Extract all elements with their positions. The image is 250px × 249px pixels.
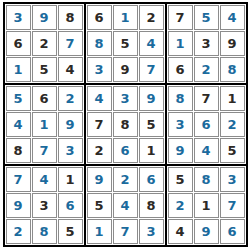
cell-r9c7[interactable]: 4 bbox=[168, 219, 193, 244]
cell-r8c5[interactable]: 4 bbox=[113, 193, 138, 218]
box-5: 439785261 bbox=[86, 85, 165, 164]
cell-r2c7[interactable]: 1 bbox=[168, 31, 193, 56]
cell-r1c8[interactable]: 5 bbox=[194, 5, 219, 30]
cell-r2c1[interactable]: 6 bbox=[6, 31, 31, 56]
cell-r2c5[interactable]: 5 bbox=[113, 31, 138, 56]
cell-r2c8[interactable]: 3 bbox=[194, 31, 219, 56]
cell-r2c6[interactable]: 4 bbox=[139, 31, 164, 56]
cell-r1c1[interactable]: 3 bbox=[6, 5, 31, 30]
cell-r2c3[interactable]: 7 bbox=[58, 31, 83, 56]
cell-r4c6[interactable]: 9 bbox=[139, 86, 164, 111]
cell-r3c4[interactable]: 3 bbox=[87, 57, 112, 82]
cell-r8c6[interactable]: 8 bbox=[139, 193, 164, 218]
cell-r5c4[interactable]: 7 bbox=[87, 112, 112, 137]
box-4: 562419873 bbox=[5, 85, 84, 164]
cell-r4c9[interactable]: 1 bbox=[220, 86, 245, 111]
cell-r5c3[interactable]: 9 bbox=[58, 112, 83, 137]
cell-r9c6[interactable]: 3 bbox=[139, 219, 164, 244]
cell-r7c8[interactable]: 8 bbox=[194, 167, 219, 192]
cell-r8c4[interactable]: 5 bbox=[87, 193, 112, 218]
box-7: 741936285 bbox=[5, 166, 84, 245]
cell-r3c9[interactable]: 8 bbox=[220, 57, 245, 82]
cell-r7c5[interactable]: 2 bbox=[113, 167, 138, 192]
cell-r1c9[interactable]: 4 bbox=[220, 5, 245, 30]
box-8: 926548173 bbox=[86, 166, 165, 245]
cell-r9c2[interactable]: 8 bbox=[32, 219, 57, 244]
cell-r7c4[interactable]: 9 bbox=[87, 167, 112, 192]
cell-r2c9[interactable]: 9 bbox=[220, 31, 245, 56]
cell-r7c6[interactable]: 6 bbox=[139, 167, 164, 192]
cell-r5c7[interactable]: 3 bbox=[168, 112, 193, 137]
cell-r9c3[interactable]: 5 bbox=[58, 219, 83, 244]
cell-r4c7[interactable]: 8 bbox=[168, 86, 193, 111]
cell-r6c7[interactable]: 9 bbox=[168, 138, 193, 163]
cell-r5c1[interactable]: 4 bbox=[6, 112, 31, 137]
cell-r5c9[interactable]: 2 bbox=[220, 112, 245, 137]
cell-r6c4[interactable]: 2 bbox=[87, 138, 112, 163]
cell-r8c9[interactable]: 7 bbox=[220, 193, 245, 218]
cell-r2c4[interactable]: 8 bbox=[87, 31, 112, 56]
cell-r4c8[interactable]: 7 bbox=[194, 86, 219, 111]
sudoku-board: 3986271546128543977541396285624198734397… bbox=[3, 2, 248, 247]
box-3: 754139628 bbox=[167, 4, 246, 83]
cell-r5c5[interactable]: 8 bbox=[113, 112, 138, 137]
box-1: 398627154 bbox=[5, 4, 84, 83]
cell-r6c8[interactable]: 4 bbox=[194, 138, 219, 163]
cell-r9c4[interactable]: 1 bbox=[87, 219, 112, 244]
cell-r7c3[interactable]: 1 bbox=[58, 167, 83, 192]
cell-r8c2[interactable]: 3 bbox=[32, 193, 57, 218]
cell-r3c6[interactable]: 7 bbox=[139, 57, 164, 82]
cell-r6c6[interactable]: 1 bbox=[139, 138, 164, 163]
cell-r4c2[interactable]: 6 bbox=[32, 86, 57, 111]
cell-r9c1[interactable]: 2 bbox=[6, 219, 31, 244]
box-9: 583217496 bbox=[167, 166, 246, 245]
cell-r7c1[interactable]: 7 bbox=[6, 167, 31, 192]
cell-r6c3[interactable]: 3 bbox=[58, 138, 83, 163]
cell-r4c4[interactable]: 4 bbox=[87, 86, 112, 111]
cell-r3c5[interactable]: 9 bbox=[113, 57, 138, 82]
cell-r8c8[interactable]: 1 bbox=[194, 193, 219, 218]
cell-r4c1[interactable]: 5 bbox=[6, 86, 31, 111]
cell-r3c3[interactable]: 4 bbox=[58, 57, 83, 82]
cell-r3c7[interactable]: 6 bbox=[168, 57, 193, 82]
cell-r4c3[interactable]: 2 bbox=[58, 86, 83, 111]
cell-r1c4[interactable]: 6 bbox=[87, 5, 112, 30]
cell-r8c7[interactable]: 2 bbox=[168, 193, 193, 218]
cell-r5c6[interactable]: 5 bbox=[139, 112, 164, 137]
cell-r9c8[interactable]: 9 bbox=[194, 219, 219, 244]
box-2: 612854397 bbox=[86, 4, 165, 83]
cell-r8c1[interactable]: 9 bbox=[6, 193, 31, 218]
cell-r1c7[interactable]: 7 bbox=[168, 5, 193, 30]
cell-r6c9[interactable]: 5 bbox=[220, 138, 245, 163]
cell-r1c5[interactable]: 1 bbox=[113, 5, 138, 30]
cell-r4c5[interactable]: 3 bbox=[113, 86, 138, 111]
cell-r6c2[interactable]: 7 bbox=[32, 138, 57, 163]
cell-r5c8[interactable]: 6 bbox=[194, 112, 219, 137]
sudoku-page: 3986271546128543977541396285624198734397… bbox=[0, 0, 250, 249]
cell-r6c5[interactable]: 6 bbox=[113, 138, 138, 163]
cell-r3c2[interactable]: 5 bbox=[32, 57, 57, 82]
cell-r7c9[interactable]: 3 bbox=[220, 167, 245, 192]
cell-r3c1[interactable]: 1 bbox=[6, 57, 31, 82]
cell-r3c8[interactable]: 2 bbox=[194, 57, 219, 82]
box-6: 871362945 bbox=[167, 85, 246, 164]
cell-r2c2[interactable]: 2 bbox=[32, 31, 57, 56]
cell-r9c5[interactable]: 7 bbox=[113, 219, 138, 244]
cell-r7c2[interactable]: 4 bbox=[32, 167, 57, 192]
cell-r5c2[interactable]: 1 bbox=[32, 112, 57, 137]
cell-r1c2[interactable]: 9 bbox=[32, 5, 57, 30]
cell-r8c3[interactable]: 6 bbox=[58, 193, 83, 218]
cell-r1c6[interactable]: 2 bbox=[139, 5, 164, 30]
cell-r7c7[interactable]: 5 bbox=[168, 167, 193, 192]
cell-r1c3[interactable]: 8 bbox=[58, 5, 83, 30]
cell-r6c1[interactable]: 8 bbox=[6, 138, 31, 163]
cell-r9c9[interactable]: 6 bbox=[220, 219, 245, 244]
